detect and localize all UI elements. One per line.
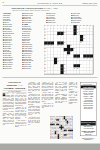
clue-number: 23 (74, 35, 75, 36)
clue-number: 56 (64, 67, 65, 68)
clue-number: 32 (57, 45, 58, 46)
ad-sale-band: SPRING SALE • 20% OFF (81, 121, 96, 126)
grid-cell (90, 71, 93, 74)
paragraph: Equipment costs have stayed low because … (28, 106, 40, 116)
clue-number: 40 (44, 54, 45, 55)
paragraph: Supporters point to steady gains reporte… (15, 93, 26, 106)
paragraph: Instructors keep the pace deliberately s… (28, 94, 40, 105)
ad-phone: 555-0123 (81, 133, 96, 135)
paragraph: Questions may be directed to the program… (69, 99, 78, 105)
clue-number: 1 (44, 25, 45, 26)
headline-line-3: Strength Approach (3, 86, 27, 89)
clue-number: 33 (61, 45, 62, 46)
paragraph: Attendance has doubled since spring, and… (28, 82, 40, 93)
clue-number: 19 (77, 32, 78, 33)
paragraph: Records from the first season show that … (42, 92, 54, 102)
paragraph: The idea is simple enough. Twice a week,… (3, 111, 14, 125)
grid-cell: R (71, 137, 73, 139)
clue-number: 49 (44, 61, 45, 62)
clue-number: 10 (77, 25, 78, 26)
clue-column-4: 54 Wool coat56 Barn loft57 Hired hand59 … (71, 13, 93, 25)
article-body: hen the program began three years ago, o… (3, 93, 27, 127)
clue-number: 24 (83, 35, 84, 36)
clue-number: 6 (61, 25, 62, 26)
clue-number: 52 (54, 64, 55, 65)
solution-grid: SCRAWLDEBATLASTEAROOMINROPEDOMANLAGOICES… (50, 116, 73, 139)
body-column-b: Several of the original members now help… (42, 82, 54, 116)
paragraph: Donations of equipment may be left at th… (69, 91, 78, 98)
clue-number: 14 (90, 25, 91, 26)
paragraph: Funding for the coming year has not yet … (15, 107, 26, 120)
solution-letter: R (72, 137, 73, 138)
clue-number: 35 (44, 48, 45, 49)
ad-line: Thursday til 9 (80, 139, 97, 141)
clue-number: 2 (48, 25, 49, 26)
clue-number: 16 (77, 28, 78, 29)
body-column-c: The hall itself has seen steady improvem… (55, 82, 67, 116)
clue-number: 3 (51, 25, 52, 26)
clue-column-2: 63 Glowing coal65 Came to rest66 Deep pi… (22, 13, 41, 75)
crossword-grid: 1234567891011121314151617181920212223242… (44, 25, 93, 74)
paragraph: hen the program began three years ago, o… (3, 93, 14, 110)
clue-number: 55 (44, 67, 45, 68)
clue-number: 45 (77, 58, 78, 59)
header-date: Thursday, June 6, 2002 (82, 2, 97, 4)
article-left: Exercise as Medicine — A Strength Approa… (3, 81, 27, 138)
clue-column-1: ACROSS1 Sketched5 Hot drink9 Gulf land14… (3, 13, 22, 75)
clue-number: 18 (64, 32, 65, 33)
clue-number: 34 (70, 45, 71, 46)
clue-number: 54 (80, 64, 81, 65)
clue-number: 38 (64, 51, 65, 52)
clue-number: 17 (44, 32, 45, 33)
clue-number: 13 (87, 25, 88, 26)
clue-number: 28 (80, 41, 81, 42)
paragraph: Several of the original members now help… (42, 82, 54, 92)
paragraph: A final decision is expected at the next… (15, 120, 26, 127)
clue-number: 51 (44, 64, 45, 65)
paragraph: Visitors are welcome at any session, and… (69, 82, 78, 91)
clue-number: 31 (51, 45, 52, 46)
crossword-note: Answers to this week's puzzle appear els… (12, 10, 49, 12)
clue-number: 12 (83, 25, 84, 26)
ad-spacer (81, 110, 96, 121)
ad-footnote: Open Mon–Sat 9–6Thursday til 9 (80, 137, 97, 141)
clue-number: 59 (44, 71, 45, 72)
clue-number: 41 (67, 54, 68, 55)
clue-number: 30 (48, 45, 49, 46)
ad-lines: All leading brandsFootJoy • EtonicDexter… (81, 89, 96, 110)
clue-number: 8 (67, 25, 68, 26)
clue-number: 43 (57, 58, 58, 59)
clue-number: 11 (80, 25, 81, 26)
clue-number: 26 (83, 38, 84, 39)
paragraph: A short survey will be handed out at the… (42, 103, 54, 109)
clue-number: 20 (44, 35, 45, 36)
clue: 62 Quiet spell (3, 67, 22, 69)
article-headline: Exercise as Medicine — A Strength Approa… (3, 81, 27, 90)
clue-number: 44 (74, 58, 75, 59)
clue-number: 58 (77, 67, 78, 68)
clue: 39 Dull finish (22, 67, 41, 69)
paragraph: Parking remains the most common complain… (55, 94, 67, 104)
clue-number: 9 (70, 25, 71, 26)
clue-number: 4 (54, 25, 55, 26)
newspaper-page: 4 PUZZLES & COMICS Thursday, June 6, 200… (0, 0, 100, 144)
clue-number: 36 (74, 48, 75, 49)
clue-number: 5 (57, 25, 58, 26)
clue-column-3: 42 Ship's pole44 Fruit drink46 Herb bed4… (46, 13, 68, 25)
article-columns: W hen the program began three years ago,… (3, 93, 27, 137)
clue-number: 46 (83, 58, 84, 59)
clue: 52 Choir voice (46, 22, 68, 24)
clue-number: 50 (57, 61, 58, 62)
clue-number: 60 (64, 71, 65, 72)
clue-number: 25 (44, 38, 45, 39)
clue: 64 Trail mark (71, 22, 93, 24)
clue-number: 39 (70, 51, 71, 52)
ad-box: For every golfer — Golf Shoes All leadin… (80, 83, 97, 137)
clue-number: 53 (64, 64, 65, 65)
ad-lines-2: This week onlyAll in-stock styles (81, 126, 96, 130)
clue-number: 42 (44, 58, 45, 59)
body-column-a: Attendance has doubled since spring, and… (28, 82, 40, 141)
clue-number: 15 (44, 28, 45, 29)
clue-number: 57 (74, 67, 75, 68)
clue-number: 22 (61, 35, 62, 36)
clue-number: 7 (64, 25, 65, 26)
clue-number: 47 (87, 58, 88, 59)
clue-number: 48 (90, 58, 91, 59)
paragraph: The schedule for the fall term will be p… (28, 117, 40, 126)
article-byline: By Andrew Marshall (3, 90, 27, 93)
clue-number: 27 (64, 41, 65, 42)
clue-number: 37 (44, 51, 45, 52)
clue-number: 21 (57, 35, 58, 36)
page-scaler: 4 PUZZLES & COMICS Thursday, June 6, 200… (0, 0, 100, 150)
paragraph: The hall itself has seen steady improvem… (55, 82, 67, 93)
clue-number: 29 (44, 45, 45, 46)
